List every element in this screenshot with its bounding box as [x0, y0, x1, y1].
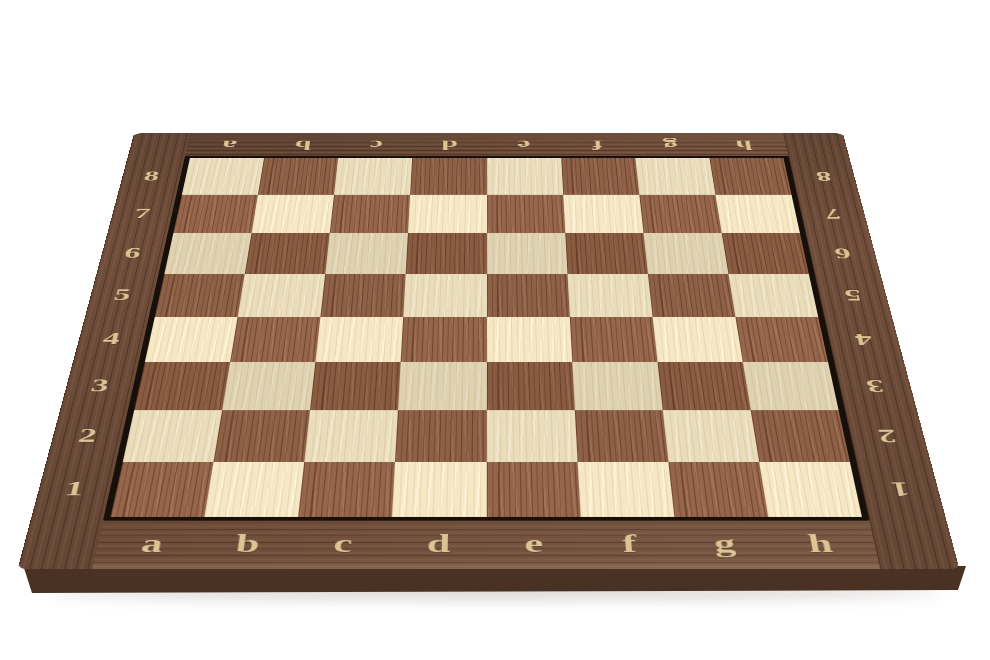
square-c2[interactable] [305, 410, 399, 461]
square-h8[interactable] [709, 158, 791, 194]
coord-label-d: d [390, 524, 487, 563]
square-e5[interactable] [487, 274, 570, 317]
square-g1[interactable] [668, 462, 768, 517]
file-labels-bottom: abcdefgh [100, 524, 872, 563]
photo-background: abcdefgh abcdefgh 87654321 87654321 [0, 0, 990, 660]
coord-label-g: g [633, 136, 709, 153]
square-a4[interactable] [145, 317, 238, 363]
square-c5[interactable] [321, 274, 406, 317]
square-c7[interactable] [330, 195, 410, 233]
square-e1[interactable] [486, 462, 580, 517]
square-d7[interactable] [408, 195, 486, 233]
file-labels-top: abcdefgh [191, 136, 783, 153]
square-b2[interactable] [214, 410, 311, 461]
squares-grid [111, 158, 862, 517]
square-g8[interactable] [635, 158, 715, 194]
square-a6[interactable] [164, 233, 251, 274]
square-d2[interactable] [395, 410, 486, 461]
coord-label-c: c [339, 136, 414, 153]
square-d5[interactable] [404, 274, 487, 317]
square-f4[interactable] [569, 317, 657, 363]
square-f3[interactable] [572, 362, 663, 410]
square-h5[interactable] [728, 274, 818, 317]
square-b3[interactable] [222, 362, 315, 410]
square-g7[interactable] [639, 195, 721, 233]
square-f2[interactable] [574, 410, 668, 461]
coord-label-h: h [706, 136, 783, 153]
coord-label-a: a [191, 136, 268, 153]
square-b8[interactable] [258, 158, 338, 194]
square-a3[interactable] [134, 362, 230, 410]
square-b6[interactable] [245, 233, 330, 274]
square-e3[interactable] [486, 362, 574, 410]
coord-label-b: b [265, 136, 341, 153]
square-b5[interactable] [238, 274, 326, 317]
square-e6[interactable] [487, 233, 568, 274]
coord-label-c: c [293, 524, 392, 563]
board-frame: abcdefgh abcdefgh 87654321 87654321 [17, 133, 959, 569]
square-f5[interactable] [567, 274, 652, 317]
square-d6[interactable] [406, 233, 487, 274]
square-f8[interactable] [561, 158, 639, 194]
square-d1[interactable] [392, 462, 486, 517]
square-h4[interactable] [735, 317, 828, 363]
coord-label-g: g [675, 524, 776, 563]
coord-label-b: b [197, 524, 298, 563]
square-c8[interactable] [334, 158, 412, 194]
coord-label-e: e [486, 524, 582, 563]
square-a7[interactable] [173, 195, 258, 233]
square-g4[interactable] [652, 317, 742, 363]
square-d4[interactable] [401, 317, 486, 363]
square-h6[interactable] [722, 233, 809, 274]
square-g5[interactable] [648, 274, 736, 317]
chess-board: abcdefgh abcdefgh 87654321 87654321 [17, 133, 959, 569]
playing-area [103, 156, 870, 521]
square-e4[interactable] [486, 317, 571, 363]
square-b7[interactable] [252, 195, 335, 233]
square-b1[interactable] [205, 462, 305, 517]
coord-label-f: f [560, 136, 635, 153]
square-e2[interactable] [486, 410, 577, 461]
square-c6[interactable] [325, 233, 408, 274]
square-a2[interactable] [123, 410, 222, 461]
coord-label-f: f [581, 524, 680, 563]
square-g6[interactable] [643, 233, 728, 274]
square-a5[interactable] [155, 274, 245, 317]
square-g3[interactable] [657, 362, 750, 410]
coord-label-d: d [413, 136, 487, 153]
square-f7[interactable] [563, 195, 643, 233]
coord-label-h: h [769, 524, 872, 563]
square-a8[interactable] [182, 158, 264, 194]
coord-label-e: e [487, 136, 561, 153]
square-g2[interactable] [663, 410, 759, 461]
square-e8[interactable] [487, 158, 563, 194]
square-c4[interactable] [316, 317, 404, 363]
square-d8[interactable] [410, 158, 486, 194]
square-h3[interactable] [743, 362, 839, 410]
square-e7[interactable] [487, 195, 565, 233]
square-h1[interactable] [759, 462, 862, 517]
square-b4[interactable] [230, 317, 320, 363]
square-c1[interactable] [298, 462, 395, 517]
coord-label-a: a [100, 524, 203, 563]
square-d3[interactable] [398, 362, 486, 410]
square-f1[interactable] [577, 462, 674, 517]
square-h7[interactable] [715, 195, 800, 233]
square-a1[interactable] [111, 462, 214, 517]
square-c3[interactable] [310, 362, 401, 410]
square-h2[interactable] [751, 410, 850, 461]
square-f6[interactable] [565, 233, 648, 274]
